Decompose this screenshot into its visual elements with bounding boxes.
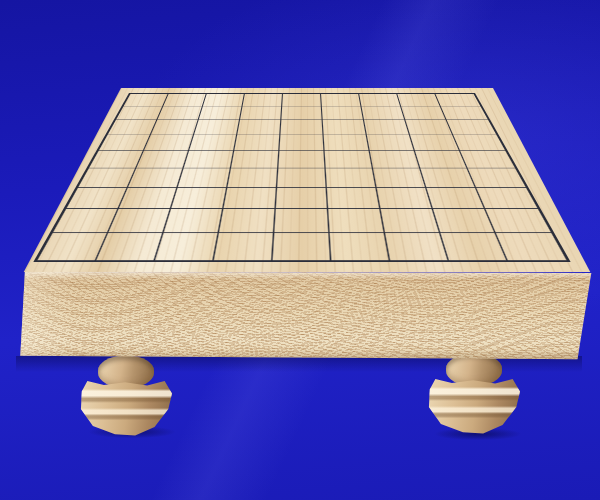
grid-cell [381, 209, 441, 233]
grid-cell [377, 188, 433, 210]
grid-cell [476, 188, 538, 210]
grid-cell [151, 120, 199, 135]
grid-cell [128, 168, 184, 187]
grid-cell [223, 188, 277, 210]
grid-cell [385, 233, 449, 260]
grid-cell [189, 135, 237, 151]
grid-cell [328, 209, 385, 233]
grid-cell [78, 168, 136, 187]
board-front-face [18, 272, 593, 361]
grid-cell [237, 120, 281, 135]
grid-cell [155, 233, 219, 260]
grid-cell [273, 233, 332, 260]
grid-cell [405, 120, 453, 135]
grid-cell [441, 106, 488, 120]
grid-cell [397, 94, 441, 106]
grid-cell [322, 106, 364, 120]
grid-cell [370, 151, 421, 169]
grid-cell [243, 94, 283, 106]
grid-cell [282, 94, 322, 106]
grid-cell [326, 168, 377, 187]
board-leg-right [428, 352, 520, 436]
grid-cell [144, 135, 194, 151]
grid-cell [277, 168, 327, 187]
grid-cell [116, 106, 163, 120]
grid-cell [447, 120, 497, 135]
grid-cell [373, 168, 426, 187]
grid-cell [124, 94, 169, 106]
grid-cell [199, 106, 243, 120]
grid-cell [178, 168, 231, 187]
grid-cell [274, 209, 329, 233]
grid-cell [184, 151, 235, 169]
grid-cell [171, 188, 227, 210]
grid-cell [227, 168, 278, 187]
grid-cell [231, 151, 279, 169]
grid-cell [361, 106, 405, 120]
grid-cell [486, 209, 552, 233]
grid-cell [420, 168, 476, 187]
grid-cell [99, 135, 151, 151]
grid-cell [279, 135, 324, 151]
grid-cell [163, 209, 223, 233]
grid-cell [280, 120, 323, 135]
grid-cell [219, 209, 276, 233]
grid-cell [364, 120, 410, 135]
grid-cell [108, 209, 171, 233]
grid-cell [401, 106, 447, 120]
grid-cell [330, 233, 390, 260]
grid-cell [276, 188, 328, 210]
grid-cell [240, 106, 282, 120]
grid-cell [323, 120, 367, 135]
grid-cell [321, 94, 361, 106]
grid-cell [278, 151, 325, 169]
leg-foot [428, 378, 520, 434]
grid-cell [435, 94, 480, 106]
grid-cell [163, 94, 207, 106]
grid-cell [453, 135, 505, 151]
grid-cell [460, 151, 515, 169]
leg-foot [80, 380, 172, 436]
grid-cell [281, 106, 322, 120]
grid-cell [325, 151, 373, 169]
grid-cell [194, 120, 240, 135]
grid-cell [203, 94, 245, 106]
grid-cell [89, 151, 144, 169]
grid-cell [108, 120, 158, 135]
grid-cell [410, 135, 460, 151]
grid-cell [96, 233, 163, 260]
grid-cell [367, 135, 415, 151]
board-leg-left [80, 354, 172, 436]
grid-cell [468, 168, 526, 187]
grid-cell [214, 233, 274, 260]
grid-cell [157, 106, 203, 120]
grid-cell [327, 188, 381, 210]
grid-cell [118, 188, 177, 210]
grid-cell [415, 151, 468, 169]
grid-cell [359, 94, 401, 106]
grid-cell [324, 135, 370, 151]
grid-cell [496, 233, 566, 260]
grid-cell [136, 151, 189, 169]
shogi-board-photo [0, 0, 600, 500]
grid-cell [234, 135, 280, 151]
